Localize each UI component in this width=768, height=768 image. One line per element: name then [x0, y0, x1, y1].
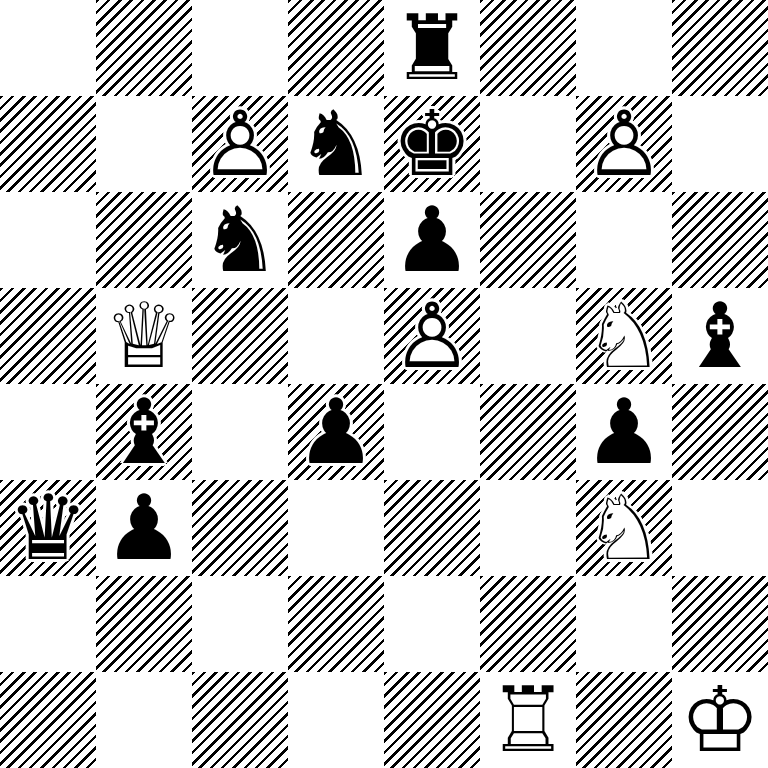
square-g7[interactable]: ♟♙ [576, 96, 672, 192]
black-pawn-piece[interactable]: ♟ [96, 480, 192, 576]
square-h2[interactable] [672, 576, 768, 672]
square-g3[interactable]: ♞♘ [576, 480, 672, 576]
square-f5[interactable] [480, 288, 576, 384]
square-d4[interactable]: ♟♟ [288, 384, 384, 480]
square-a3[interactable]: ♛♛ [0, 480, 96, 576]
black-pawn-piece[interactable]: ♟ [288, 384, 384, 480]
square-e8[interactable]: ♜♜ [384, 0, 480, 96]
square-c8[interactable] [192, 0, 288, 96]
square-e6[interactable]: ♟♟ [384, 192, 480, 288]
square-g4[interactable]: ♟♟ [576, 384, 672, 480]
square-f4[interactable] [480, 384, 576, 480]
square-a8[interactable] [0, 0, 96, 96]
black-bishop-piece[interactable]: ♝ [96, 384, 192, 480]
black-pawn-piece[interactable]: ♟ [384, 192, 480, 288]
square-a4[interactable] [0, 384, 96, 480]
white-pawn-piece[interactable]: ♙ [192, 96, 288, 192]
black-knight-piece[interactable]: ♞ [288, 96, 384, 192]
square-b3[interactable]: ♟♟ [96, 480, 192, 576]
square-g6[interactable] [576, 192, 672, 288]
black-king-piece[interactable]: ♚ [384, 96, 480, 192]
square-g5[interactable]: ♞♘ [576, 288, 672, 384]
square-d7[interactable]: ♞♞ [288, 96, 384, 192]
square-e2[interactable] [384, 576, 480, 672]
black-queen-piece[interactable]: ♛ [0, 480, 96, 576]
square-g2[interactable] [576, 576, 672, 672]
square-d2[interactable] [288, 576, 384, 672]
chess-board: ♜♜♟♙♞♞♚♚♟♙♞♞♟♟♛♕♟♙♞♘♝♝♝♝♟♟♟♟♛♛♟♟♞♘♜♖♚♔ [0, 0, 768, 768]
white-king-piece[interactable]: ♔ [672, 672, 768, 768]
square-b7[interactable] [96, 96, 192, 192]
square-f6[interactable] [480, 192, 576, 288]
square-d3[interactable] [288, 480, 384, 576]
square-d6[interactable] [288, 192, 384, 288]
square-c1[interactable] [192, 672, 288, 768]
square-e1[interactable] [384, 672, 480, 768]
square-h3[interactable] [672, 480, 768, 576]
square-c3[interactable] [192, 480, 288, 576]
square-b2[interactable] [96, 576, 192, 672]
square-h4[interactable] [672, 384, 768, 480]
square-e7[interactable]: ♚♚ [384, 96, 480, 192]
black-pawn-piece[interactable]: ♟ [576, 384, 672, 480]
square-b4[interactable]: ♝♝ [96, 384, 192, 480]
square-b6[interactable] [96, 192, 192, 288]
square-c7[interactable]: ♟♙ [192, 96, 288, 192]
square-a5[interactable] [0, 288, 96, 384]
square-h6[interactable] [672, 192, 768, 288]
square-c5[interactable] [192, 288, 288, 384]
square-g1[interactable] [576, 672, 672, 768]
square-d5[interactable] [288, 288, 384, 384]
square-f7[interactable] [480, 96, 576, 192]
square-c6[interactable]: ♞♞ [192, 192, 288, 288]
white-rook-piece[interactable]: ♖ [480, 672, 576, 768]
square-g8[interactable] [576, 0, 672, 96]
white-knight-piece[interactable]: ♘ [576, 288, 672, 384]
square-h5[interactable]: ♝♝ [672, 288, 768, 384]
white-knight-piece[interactable]: ♘ [576, 480, 672, 576]
square-h7[interactable] [672, 96, 768, 192]
black-rook-piece[interactable]: ♜ [384, 0, 480, 96]
square-e3[interactable] [384, 480, 480, 576]
square-a1[interactable] [0, 672, 96, 768]
white-queen-piece[interactable]: ♕ [96, 288, 192, 384]
square-c4[interactable] [192, 384, 288, 480]
white-pawn-piece[interactable]: ♙ [576, 96, 672, 192]
black-knight-piece[interactable]: ♞ [192, 192, 288, 288]
square-b1[interactable] [96, 672, 192, 768]
square-d1[interactable] [288, 672, 384, 768]
square-h8[interactable] [672, 0, 768, 96]
square-e5[interactable]: ♟♙ [384, 288, 480, 384]
square-a7[interactable] [0, 96, 96, 192]
white-pawn-piece[interactable]: ♙ [384, 288, 480, 384]
square-a6[interactable] [0, 192, 96, 288]
square-f1[interactable]: ♜♖ [480, 672, 576, 768]
square-f8[interactable] [480, 0, 576, 96]
square-c2[interactable] [192, 576, 288, 672]
square-b5[interactable]: ♛♕ [96, 288, 192, 384]
square-h1[interactable]: ♚♔ [672, 672, 768, 768]
black-bishop-piece[interactable]: ♝ [672, 288, 768, 384]
square-e4[interactable] [384, 384, 480, 480]
square-f2[interactable] [480, 576, 576, 672]
square-d8[interactable] [288, 0, 384, 96]
square-f3[interactable] [480, 480, 576, 576]
square-b8[interactable] [96, 0, 192, 96]
square-a2[interactable] [0, 576, 96, 672]
